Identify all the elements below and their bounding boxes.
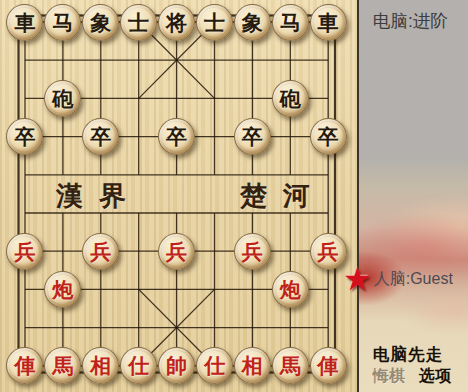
black-piece-士[interactable]: 士 — [120, 4, 157, 41]
board-point-f6[interactable] — [195, 118, 233, 156]
board-point-i1[interactable] — [309, 309, 347, 347]
board-point-h5[interactable] — [271, 156, 309, 194]
human-player-label: 人脑:Guest — [374, 269, 453, 290]
board-point-g2[interactable] — [233, 270, 271, 308]
board-point-c4[interactable] — [82, 194, 120, 232]
black-piece-車[interactable]: 車 — [310, 4, 347, 41]
board-point-a0[interactable]: 俥 — [6, 347, 44, 385]
board-point-g5[interactable] — [233, 156, 271, 194]
board-point-b6[interactable] — [44, 118, 82, 156]
black-piece-砲[interactable]: 砲 — [44, 80, 81, 117]
black-piece-象[interactable]: 象 — [234, 4, 271, 41]
computer-first-status: 电脑先走 — [373, 344, 443, 366]
board-point-b2[interactable]: 炮 — [44, 270, 82, 308]
board-point-d3[interactable] — [120, 232, 158, 270]
red-piece-兵[interactable]: 兵 — [234, 233, 271, 270]
black-piece-砲[interactable]: 砲 — [272, 80, 309, 117]
board-point-c6[interactable]: 卒 — [82, 118, 120, 156]
black-piece-士[interactable]: 士 — [196, 4, 233, 41]
board-point-a9[interactable]: 車 — [6, 3, 44, 41]
board-point-e5[interactable] — [158, 156, 196, 194]
board-point-b5[interactable] — [44, 156, 82, 194]
board-point-c0[interactable]: 相 — [82, 347, 120, 385]
board-point-d2[interactable] — [120, 270, 158, 308]
board-point-f3[interactable] — [195, 232, 233, 270]
board-point-e4[interactable] — [158, 194, 196, 232]
board-point-b0[interactable]: 馬 — [44, 347, 82, 385]
board-point-e9[interactable]: 将 — [158, 3, 196, 41]
board-point-i9[interactable]: 車 — [309, 3, 347, 41]
black-piece-马[interactable]: 马 — [272, 4, 309, 41]
red-piece-俥[interactable]: 俥 — [310, 347, 347, 384]
computer-player-label: 电脑:进阶 — [373, 9, 448, 33]
board-point-c2[interactable] — [82, 270, 120, 308]
red-piece-兵[interactable]: 兵 — [6, 233, 43, 270]
board-point-d9[interactable]: 士 — [120, 3, 158, 41]
board-point-a6[interactable]: 卒 — [6, 118, 44, 156]
board-grid: 車马象士将士象马車砲砲卒卒卒卒卒兵兵兵兵兵炮炮俥馬相仕帥仕相馬俥 — [6, 3, 347, 385]
red-piece-俥[interactable]: 俥 — [6, 347, 43, 384]
board-point-a3[interactable]: 兵 — [6, 232, 44, 270]
board-point-a5[interactable] — [6, 156, 44, 194]
human-player-row: ★ 人脑:Guest — [343, 263, 453, 295]
red-piece-仕[interactable]: 仕 — [120, 347, 157, 384]
black-piece-車[interactable]: 車 — [6, 4, 43, 41]
black-piece-卒[interactable]: 卒 — [82, 118, 119, 155]
board-point-e6[interactable]: 卒 — [158, 118, 196, 156]
board-point-d7[interactable] — [120, 79, 158, 117]
black-piece-象[interactable]: 象 — [82, 4, 119, 41]
board-point-f1[interactable] — [195, 309, 233, 347]
board-point-e7[interactable] — [158, 79, 196, 117]
red-piece-相[interactable]: 相 — [234, 347, 271, 384]
red-piece-炮[interactable]: 炮 — [272, 271, 309, 308]
board-point-c5[interactable] — [82, 156, 120, 194]
board-point-e0[interactable]: 帥 — [158, 347, 196, 385]
board-point-c8[interactable] — [82, 41, 120, 79]
undo-move-button[interactable]: 悔棋 — [373, 366, 405, 387]
action-buttons-row: 悔棋 选项 — [373, 366, 468, 387]
board-point-a4[interactable] — [6, 194, 44, 232]
xiangqi-board: 漢界 楚河 車马象士将士象马車砲砲卒卒卒卒卒兵兵兵兵兵炮炮俥馬相仕帥仕相馬俥 — [0, 0, 357, 392]
board-point-i3[interactable]: 兵 — [309, 232, 347, 270]
board-point-d0[interactable]: 仕 — [120, 347, 158, 385]
red-piece-帥[interactable]: 帥 — [158, 347, 195, 384]
board-point-g8[interactable] — [233, 41, 271, 79]
red-piece-兵[interactable]: 兵 — [310, 233, 347, 270]
board-point-h6[interactable] — [271, 118, 309, 156]
board-point-a2[interactable] — [6, 270, 44, 308]
board-point-e1[interactable] — [158, 309, 196, 347]
board-point-c9[interactable]: 象 — [82, 3, 120, 41]
board-point-h7[interactable]: 砲 — [271, 79, 309, 117]
board-point-f5[interactable] — [195, 156, 233, 194]
board-point-b7[interactable]: 砲 — [44, 79, 82, 117]
board-point-h2[interactable]: 炮 — [271, 270, 309, 308]
board-point-i0[interactable]: 俥 — [309, 347, 347, 385]
board-point-h8[interactable] — [271, 41, 309, 79]
board-point-e8[interactable] — [158, 41, 196, 79]
red-piece-炮[interactable]: 炮 — [44, 271, 81, 308]
board-point-f9[interactable]: 士 — [195, 3, 233, 41]
black-piece-卒[interactable]: 卒 — [158, 118, 195, 155]
board-point-c3[interactable]: 兵 — [82, 232, 120, 270]
board-point-g7[interactable] — [233, 79, 271, 117]
board-point-f2[interactable] — [195, 270, 233, 308]
board-point-g9[interactable]: 象 — [233, 3, 271, 41]
board-point-g4[interactable] — [233, 194, 271, 232]
board-point-d6[interactable] — [120, 118, 158, 156]
board-point-d8[interactable] — [120, 41, 158, 79]
board-point-b8[interactable] — [44, 41, 82, 79]
board-point-g1[interactable] — [233, 309, 271, 347]
red-piece-兵[interactable]: 兵 — [158, 233, 195, 270]
board-point-i7[interactable] — [309, 79, 347, 117]
red-piece-馬[interactable]: 馬 — [44, 347, 81, 384]
options-button[interactable]: 选项 — [419, 366, 451, 387]
board-point-d4[interactable] — [120, 194, 158, 232]
board-point-g0[interactable]: 相 — [233, 347, 271, 385]
red-piece-相[interactable]: 相 — [82, 347, 119, 384]
board-point-h3[interactable] — [271, 232, 309, 270]
xiangqi-app-window: 漢界 楚河 車马象士将士象马車砲砲卒卒卒卒卒兵兵兵兵兵炮炮俥馬相仕帥仕相馬俥 电… — [0, 0, 468, 392]
board-point-h9[interactable]: 马 — [271, 3, 309, 41]
red-piece-馬[interactable]: 馬 — [272, 347, 309, 384]
sidebar: 电脑:进阶 ★ 人脑:Guest 电脑先走 悔棋 选项 — [357, 0, 468, 392]
board-point-h1[interactable] — [271, 309, 309, 347]
board-point-g3[interactable]: 兵 — [233, 232, 271, 270]
board-point-b9[interactable]: 马 — [44, 3, 82, 41]
board-point-a7[interactable] — [6, 79, 44, 117]
board-point-g6[interactable]: 卒 — [233, 118, 271, 156]
board-point-i5[interactable] — [309, 156, 347, 194]
board-point-d5[interactable] — [120, 156, 158, 194]
black-piece-卒[interactable]: 卒 — [234, 118, 271, 155]
board-point-c1[interactable] — [82, 309, 120, 347]
board-point-e3[interactable]: 兵 — [158, 232, 196, 270]
board-point-b1[interactable] — [44, 309, 82, 347]
board-point-f4[interactable] — [195, 194, 233, 232]
board-point-i4[interactable] — [309, 194, 347, 232]
board-point-i8[interactable] — [309, 41, 347, 79]
board-point-a1[interactable] — [6, 309, 44, 347]
board-point-f7[interactable] — [195, 79, 233, 117]
black-piece-卒[interactable]: 卒 — [310, 118, 347, 155]
current-player-star-icon: ★ — [343, 263, 372, 295]
board-point-i6[interactable]: 卒 — [309, 118, 347, 156]
black-piece-马[interactable]: 马 — [44, 4, 81, 41]
board-point-a8[interactable] — [6, 41, 44, 79]
board-point-d1[interactable] — [120, 309, 158, 347]
board-point-h4[interactable] — [271, 194, 309, 232]
board-point-b3[interactable] — [44, 232, 82, 270]
red-piece-仕[interactable]: 仕 — [196, 347, 233, 384]
black-piece-卒[interactable]: 卒 — [6, 118, 43, 155]
board-point-f8[interactable] — [195, 41, 233, 79]
board-point-i2[interactable] — [309, 270, 347, 308]
board-point-h0[interactable]: 馬 — [271, 347, 309, 385]
board-point-e2[interactable] — [158, 270, 196, 308]
board-point-c7[interactable] — [82, 79, 120, 117]
board-point-f0[interactable]: 仕 — [195, 347, 233, 385]
board-point-b4[interactable] — [44, 194, 82, 232]
black-piece-将[interactable]: 将 — [158, 4, 195, 41]
red-piece-兵[interactable]: 兵 — [82, 233, 119, 270]
